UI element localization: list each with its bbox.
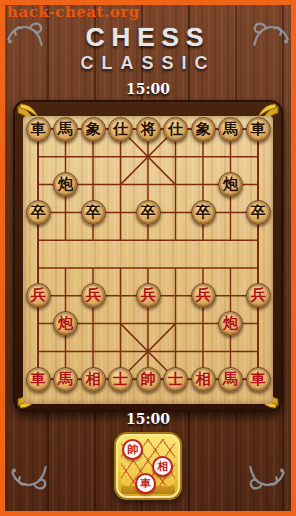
xiangqi-board[interactable]: 車馬象仕将仕象馬車炮炮卒卒卒卒卒兵兵兵兵兵炮炮車馬相士帥士相馬車 bbox=[13, 100, 283, 412]
game-title: CHESS bbox=[0, 22, 296, 53]
icon-piece: 相 bbox=[152, 456, 173, 477]
piece-red-士[interactable]: 士 bbox=[163, 367, 188, 392]
piece-red-車[interactable]: 車 bbox=[26, 367, 51, 392]
piece-black-象[interactable]: 象 bbox=[81, 117, 106, 142]
piece-black-卒[interactable]: 卒 bbox=[136, 200, 161, 225]
board-grid bbox=[23, 116, 273, 404]
piece-black-卒[interactable]: 卒 bbox=[26, 200, 51, 225]
piece-black-将[interactable]: 将 bbox=[136, 117, 161, 142]
piece-red-兵[interactable]: 兵 bbox=[26, 283, 51, 308]
piece-black-卒[interactable]: 卒 bbox=[191, 200, 216, 225]
piece-black-炮[interactable]: 炮 bbox=[218, 172, 243, 197]
piece-black-象[interactable]: 象 bbox=[191, 117, 216, 142]
piece-black-車[interactable]: 車 bbox=[246, 117, 271, 142]
app-icon[interactable]: 帥 相 車 bbox=[114, 432, 182, 500]
piece-black-馬[interactable]: 馬 bbox=[218, 117, 243, 142]
piece-red-炮[interactable]: 炮 bbox=[53, 311, 78, 336]
board-surface[interactable]: 車馬象仕将仕象馬車炮炮卒卒卒卒卒兵兵兵兵兵炮炮車馬相士帥士相馬車 bbox=[23, 116, 273, 404]
piece-black-卒[interactable]: 卒 bbox=[246, 200, 271, 225]
piece-black-馬[interactable]: 馬 bbox=[53, 117, 78, 142]
piece-red-炮[interactable]: 炮 bbox=[218, 311, 243, 336]
icon-piece: 車 bbox=[135, 473, 156, 494]
icon-piece: 帥 bbox=[122, 439, 143, 460]
piece-red-兵[interactable]: 兵 bbox=[81, 283, 106, 308]
flourish-bottom-right-icon bbox=[247, 461, 287, 495]
piece-black-仕[interactable]: 仕 bbox=[163, 117, 188, 142]
piece-black-卒[interactable]: 卒 bbox=[81, 200, 106, 225]
black-timer: 15:00 bbox=[0, 81, 296, 97]
piece-black-車[interactable]: 車 bbox=[26, 117, 51, 142]
flourish-bottom-left-icon bbox=[9, 461, 49, 495]
piece-red-士[interactable]: 士 bbox=[108, 367, 133, 392]
piece-red-帥[interactable]: 帥 bbox=[136, 367, 161, 392]
piece-red-相[interactable]: 相 bbox=[191, 367, 216, 392]
game-subtitle: CLASSIC bbox=[0, 53, 296, 74]
piece-red-兵[interactable]: 兵 bbox=[246, 283, 271, 308]
piece-red-兵[interactable]: 兵 bbox=[191, 283, 216, 308]
app-screen: hack-cheat.org CHESS CLASSIC 15:00 bbox=[0, 0, 296, 516]
piece-red-車[interactable]: 車 bbox=[246, 367, 271, 392]
piece-black-仕[interactable]: 仕 bbox=[108, 117, 133, 142]
piece-black-炮[interactable]: 炮 bbox=[53, 172, 78, 197]
piece-red-兵[interactable]: 兵 bbox=[136, 283, 161, 308]
watermark: hack-cheat.org bbox=[7, 3, 140, 21]
piece-red-馬[interactable]: 馬 bbox=[218, 367, 243, 392]
red-timer: 15:00 bbox=[0, 411, 296, 427]
piece-red-馬[interactable]: 馬 bbox=[53, 367, 78, 392]
piece-red-相[interactable]: 相 bbox=[81, 367, 106, 392]
